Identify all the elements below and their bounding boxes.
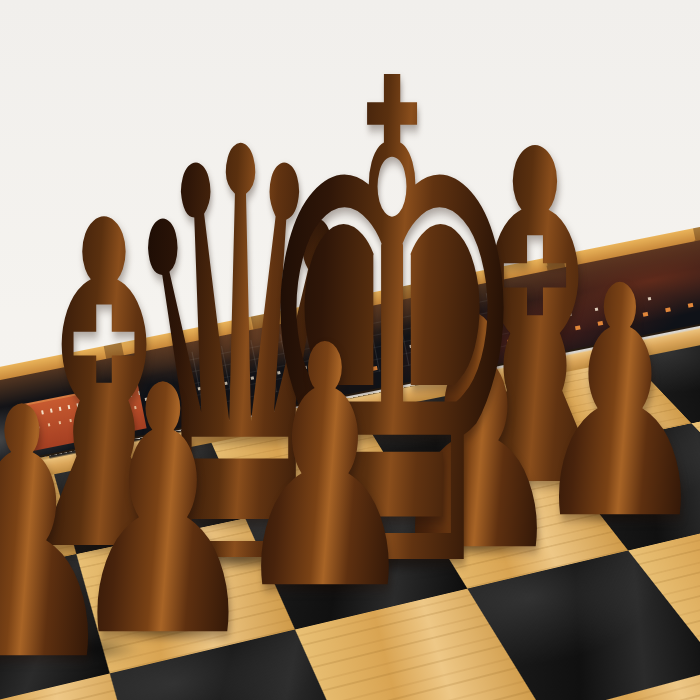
photo-stage: ♝ ♛ ♚ ♝ ♞ ♟ ♟ ♟ ♟ ♟ (0, 0, 700, 700)
piece-pawn-1[interactable]: ♟ (0, 363, 121, 700)
pawn-glyph: ♟ (0, 363, 121, 700)
